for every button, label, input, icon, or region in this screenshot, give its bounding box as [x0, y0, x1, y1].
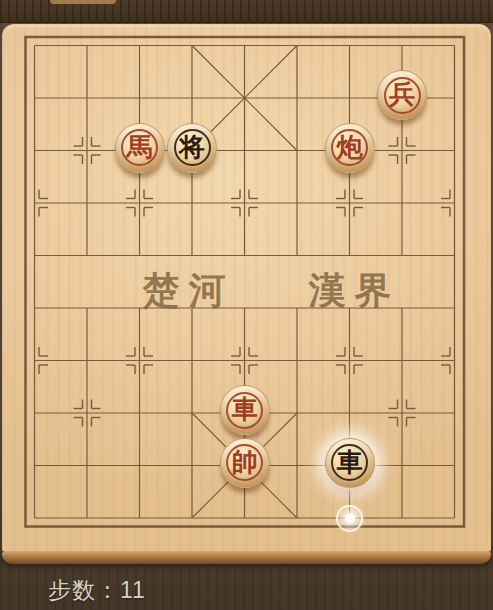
- piece-red-cannon[interactable]: 炮: [325, 123, 375, 173]
- piece-character: 馬: [127, 134, 153, 160]
- river-label-chu-he: 楚河: [134, 266, 235, 316]
- piece-black-general[interactable]: 将: [167, 123, 217, 173]
- status-bar: 步数：11: [48, 575, 146, 606]
- piece-character: 帥: [232, 449, 258, 475]
- piece-character: 炮: [337, 134, 363, 160]
- piece-red-soldier[interactable]: 兵: [377, 70, 427, 120]
- move-count-value: 11: [120, 577, 146, 603]
- game-screen: 楚河 漢界 兵馬将炮車帥車 步数：11: [0, 0, 493, 610]
- move-count-label: 步数：: [48, 577, 120, 603]
- piece-character: 車: [232, 396, 258, 422]
- piece-red-horse[interactable]: 馬: [115, 123, 165, 173]
- piece-character: 車: [337, 449, 363, 475]
- river-label-han-jie: 漢界: [300, 266, 401, 316]
- piece-red-general[interactable]: 帥: [220, 438, 270, 488]
- piece-character: 兵: [389, 81, 415, 107]
- piece-character: 将: [179, 134, 205, 160]
- piece-black-chariot[interactable]: 車: [325, 438, 375, 488]
- piece-red-chariot[interactable]: 車: [220, 385, 270, 435]
- last-move-origin-dot: [345, 513, 355, 523]
